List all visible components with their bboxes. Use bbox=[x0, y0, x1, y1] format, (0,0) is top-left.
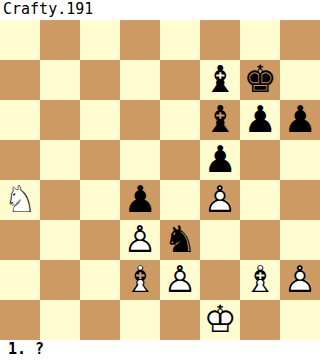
square-b4[interactable] bbox=[40, 180, 80, 220]
square-b2[interactable] bbox=[40, 260, 80, 300]
square-f8[interactable] bbox=[200, 20, 240, 60]
black-king-icon: ♚ bbox=[240, 60, 280, 100]
square-a8[interactable] bbox=[0, 20, 40, 60]
square-g7[interactable]: ♚ bbox=[240, 60, 280, 100]
black-pawn-icon: ♟ bbox=[120, 180, 160, 220]
square-d5[interactable] bbox=[120, 140, 160, 180]
square-d1[interactable] bbox=[120, 300, 160, 340]
white-pawn-icon: ♟♙ bbox=[200, 180, 240, 220]
square-a1[interactable] bbox=[0, 300, 40, 340]
black-bishop-icon: ♝ bbox=[200, 60, 240, 100]
square-g3[interactable] bbox=[240, 220, 280, 260]
square-h6[interactable]: ♟ bbox=[280, 100, 320, 140]
square-f2[interactable] bbox=[200, 260, 240, 300]
white-pawn-icon: ♟♙ bbox=[280, 260, 320, 300]
square-d6[interactable] bbox=[120, 100, 160, 140]
square-b7[interactable] bbox=[40, 60, 80, 100]
square-d3[interactable]: ♟♙ bbox=[120, 220, 160, 260]
white-pawn-icon: ♟♙ bbox=[160, 260, 200, 300]
square-f7[interactable]: ♝ bbox=[200, 60, 240, 100]
square-e4[interactable] bbox=[160, 180, 200, 220]
square-h4[interactable] bbox=[280, 180, 320, 220]
square-e1[interactable] bbox=[160, 300, 200, 340]
chess-board: ♝♚♝♟♟♟♞♘♟♟♙♟♙♞♝♗♟♙♝♗♟♙♚♔ bbox=[0, 20, 320, 340]
square-h5[interactable] bbox=[280, 140, 320, 180]
square-g2[interactable]: ♝♗ bbox=[240, 260, 280, 300]
square-b6[interactable] bbox=[40, 100, 80, 140]
square-h8[interactable] bbox=[280, 20, 320, 60]
square-h1[interactable] bbox=[280, 300, 320, 340]
square-d8[interactable] bbox=[120, 20, 160, 60]
black-knight-icon: ♞ bbox=[160, 220, 200, 260]
square-c7[interactable] bbox=[80, 60, 120, 100]
square-c3[interactable] bbox=[80, 220, 120, 260]
square-c8[interactable] bbox=[80, 20, 120, 60]
square-f3[interactable] bbox=[200, 220, 240, 260]
square-e8[interactable] bbox=[160, 20, 200, 60]
square-a5[interactable] bbox=[0, 140, 40, 180]
square-g1[interactable] bbox=[240, 300, 280, 340]
white-knight-icon: ♞♘ bbox=[0, 180, 40, 220]
page-title: Crafty.191 bbox=[0, 0, 320, 20]
square-c4[interactable] bbox=[80, 180, 120, 220]
black-pawn-icon: ♟ bbox=[280, 100, 320, 140]
square-e6[interactable] bbox=[160, 100, 200, 140]
square-g4[interactable] bbox=[240, 180, 280, 220]
square-c1[interactable] bbox=[80, 300, 120, 340]
square-a4[interactable]: ♞♘ bbox=[0, 180, 40, 220]
square-c6[interactable] bbox=[80, 100, 120, 140]
square-d7[interactable] bbox=[120, 60, 160, 100]
square-f6[interactable]: ♝ bbox=[200, 100, 240, 140]
chess-diagram-page: Crafty.191 ♝♚♝♟♟♟♞♘♟♟♙♟♙♞♝♗♟♙♝♗♟♙♚♔ 1. ? bbox=[0, 0, 320, 360]
white-pawn-icon: ♟♙ bbox=[120, 220, 160, 260]
square-a2[interactable] bbox=[0, 260, 40, 300]
white-bishop-icon: ♝♗ bbox=[240, 260, 280, 300]
black-pawn-icon: ♟ bbox=[240, 100, 280, 140]
square-h3[interactable] bbox=[280, 220, 320, 260]
square-g8[interactable] bbox=[240, 20, 280, 60]
square-b5[interactable] bbox=[40, 140, 80, 180]
square-g6[interactable]: ♟ bbox=[240, 100, 280, 140]
black-pawn-icon: ♟ bbox=[200, 140, 240, 180]
move-prompt: 1. ? bbox=[0, 340, 320, 360]
square-e7[interactable] bbox=[160, 60, 200, 100]
square-g5[interactable] bbox=[240, 140, 280, 180]
square-e2[interactable]: ♟♙ bbox=[160, 260, 200, 300]
square-c5[interactable] bbox=[80, 140, 120, 180]
square-d2[interactable]: ♝♗ bbox=[120, 260, 160, 300]
black-bishop-icon: ♝ bbox=[200, 100, 240, 140]
square-a3[interactable] bbox=[0, 220, 40, 260]
square-b3[interactable] bbox=[40, 220, 80, 260]
square-c2[interactable] bbox=[80, 260, 120, 300]
square-e5[interactable] bbox=[160, 140, 200, 180]
square-f5[interactable]: ♟ bbox=[200, 140, 240, 180]
square-f1[interactable]: ♚♔ bbox=[200, 300, 240, 340]
square-d4[interactable]: ♟ bbox=[120, 180, 160, 220]
square-a7[interactable] bbox=[0, 60, 40, 100]
square-a6[interactable] bbox=[0, 100, 40, 140]
square-e3[interactable]: ♞ bbox=[160, 220, 200, 260]
white-bishop-icon: ♝♗ bbox=[120, 260, 160, 300]
square-h2[interactable]: ♟♙ bbox=[280, 260, 320, 300]
square-b8[interactable] bbox=[40, 20, 80, 60]
white-king-icon: ♚♔ bbox=[200, 300, 240, 340]
square-b1[interactable] bbox=[40, 300, 80, 340]
square-h7[interactable] bbox=[280, 60, 320, 100]
square-f4[interactable]: ♟♙ bbox=[200, 180, 240, 220]
